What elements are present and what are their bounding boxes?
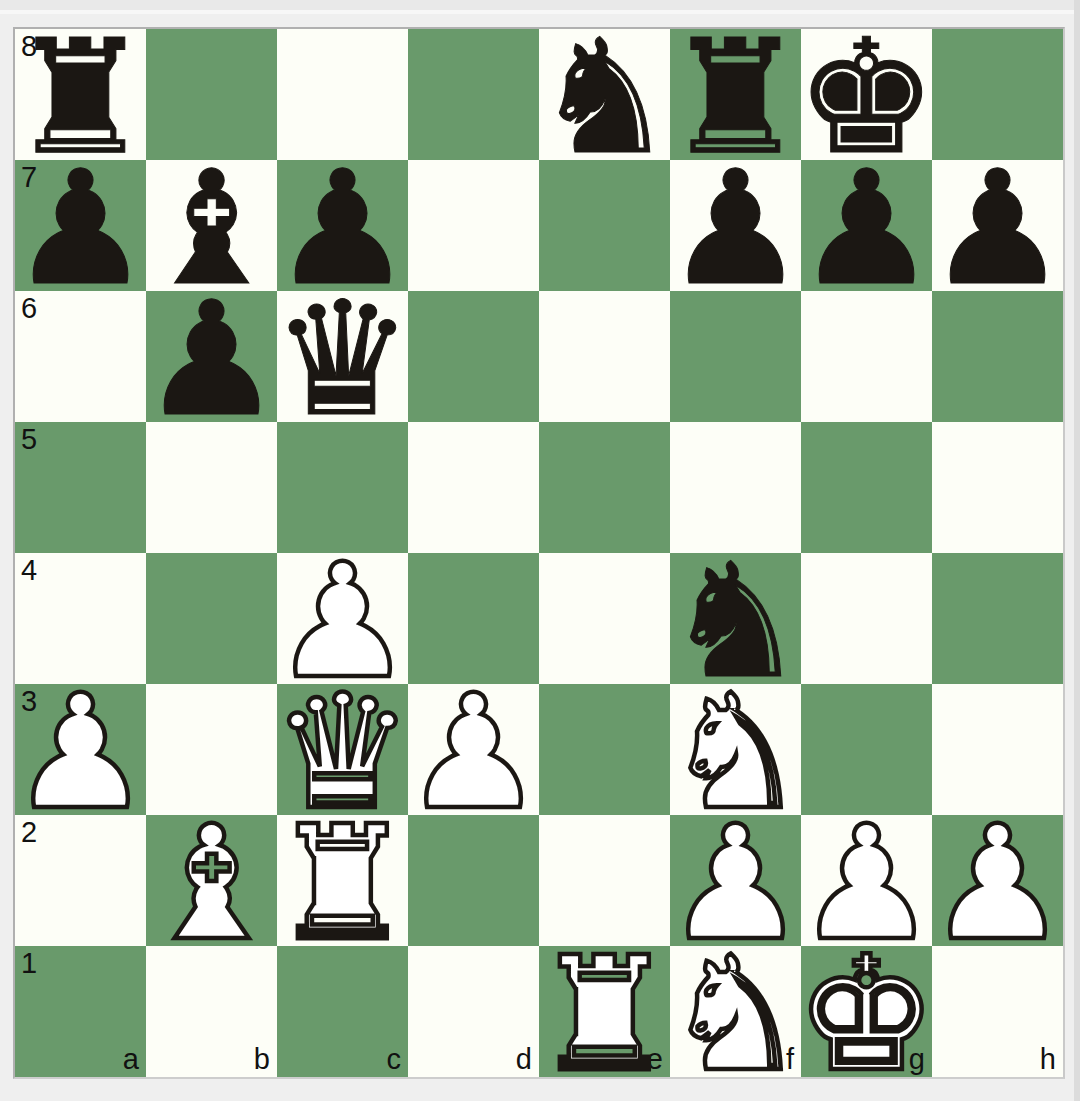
page-background: 8♜♞♜♚7♟♝♟♟♟♟6♟♛54♟♞3♟♛♟♞2♝♜♟♟♟1abcde♜f♞g… bbox=[0, 0, 1080, 1101]
square-e6[interactable] bbox=[539, 291, 670, 422]
file-label-b: b bbox=[254, 1045, 270, 1074]
piece-white-rook[interactable]: ♜ bbox=[272, 818, 414, 949]
square-d1[interactable]: d bbox=[408, 946, 539, 1077]
square-h4[interactable] bbox=[932, 553, 1063, 684]
scrollbar-track[interactable] bbox=[1074, 0, 1080, 1101]
rank-label-4: 4 bbox=[21, 556, 37, 585]
square-b4[interactable] bbox=[146, 553, 277, 684]
piece-black-knight[interactable]: ♞ bbox=[534, 32, 676, 163]
rank-label-1: 1 bbox=[21, 949, 37, 978]
square-b6[interactable]: ♟ bbox=[146, 291, 277, 422]
piece-white-pawn[interactable]: ♟ bbox=[10, 687, 152, 818]
square-g7[interactable]: ♟ bbox=[801, 160, 932, 291]
square-g5[interactable] bbox=[801, 422, 932, 553]
square-e8[interactable]: ♞ bbox=[539, 29, 670, 160]
square-g1[interactable]: g♚ bbox=[801, 946, 932, 1077]
rank-label-5: 5 bbox=[21, 425, 37, 454]
square-d6[interactable] bbox=[408, 291, 539, 422]
piece-white-rook[interactable]: ♜ bbox=[534, 949, 676, 1080]
square-f1[interactable]: f♞ bbox=[670, 946, 801, 1077]
square-g4[interactable] bbox=[801, 553, 932, 684]
piece-black-pawn[interactable]: ♟ bbox=[665, 163, 807, 294]
square-a5[interactable]: 5 bbox=[15, 422, 146, 553]
square-d8[interactable] bbox=[408, 29, 539, 160]
square-e1[interactable]: e♜ bbox=[539, 946, 670, 1077]
square-e4[interactable] bbox=[539, 553, 670, 684]
piece-black-queen[interactable]: ♛ bbox=[272, 294, 414, 425]
square-h7[interactable]: ♟ bbox=[932, 160, 1063, 291]
square-d5[interactable] bbox=[408, 422, 539, 553]
file-label-c: c bbox=[387, 1045, 402, 1074]
square-e3[interactable] bbox=[539, 684, 670, 815]
piece-white-pawn[interactable]: ♟ bbox=[403, 687, 545, 818]
square-a1[interactable]: 1a bbox=[15, 946, 146, 1077]
square-d7[interactable] bbox=[408, 160, 539, 291]
square-f7[interactable]: ♟ bbox=[670, 160, 801, 291]
file-label-h: h bbox=[1040, 1045, 1056, 1074]
piece-white-knight[interactable]: ♞ bbox=[665, 949, 807, 1080]
file-label-d: d bbox=[516, 1045, 532, 1074]
square-a7[interactable]: 7♟ bbox=[15, 160, 146, 291]
square-e5[interactable] bbox=[539, 422, 670, 553]
piece-white-king[interactable]: ♚ bbox=[796, 949, 938, 1080]
square-h2[interactable]: ♟ bbox=[932, 815, 1063, 946]
square-h5[interactable] bbox=[932, 422, 1063, 553]
chess-board: 8♜♞♜♚7♟♝♟♟♟♟6♟♛54♟♞3♟♛♟♞2♝♜♟♟♟1abcde♜f♞g… bbox=[13, 27, 1065, 1079]
piece-black-pawn[interactable]: ♟ bbox=[141, 294, 283, 425]
square-b2[interactable]: ♝ bbox=[146, 815, 277, 946]
square-d3[interactable]: ♟ bbox=[408, 684, 539, 815]
piece-white-bishop[interactable]: ♝ bbox=[141, 818, 283, 949]
piece-black-pawn[interactable]: ♟ bbox=[10, 163, 152, 294]
file-label-a: a bbox=[123, 1045, 139, 1074]
square-c2[interactable]: ♜ bbox=[277, 815, 408, 946]
square-a3[interactable]: 3♟ bbox=[15, 684, 146, 815]
piece-black-pawn[interactable]: ♟ bbox=[796, 163, 938, 294]
piece-white-pawn[interactable]: ♟ bbox=[927, 818, 1069, 949]
piece-black-pawn[interactable]: ♟ bbox=[927, 163, 1069, 294]
square-c6[interactable]: ♛ bbox=[277, 291, 408, 422]
